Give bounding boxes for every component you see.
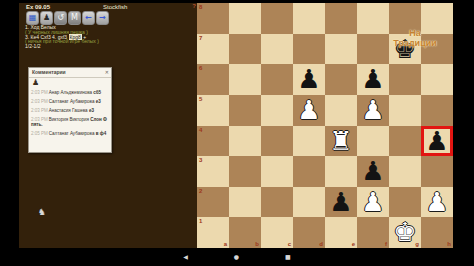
- black-pawn[interactable]: ♟: [357, 64, 389, 95]
- square-a8[interactable]: 8: [197, 3, 229, 34]
- square-f2[interactable]: ♟: [357, 187, 389, 218]
- square-e6[interactable]: [325, 64, 357, 95]
- square-a4[interactable]: 4: [197, 126, 229, 157]
- square-d6[interactable]: ♟: [293, 64, 325, 95]
- comment-item: 2:03 PMАнастасия Гашева е3: [31, 108, 109, 113]
- white-rook[interactable]: ♜: [325, 126, 357, 157]
- square-d1[interactable]: d: [293, 217, 325, 248]
- square-g3[interactable]: [389, 156, 421, 187]
- white-pawn[interactable]: ♟: [357, 187, 389, 218]
- black-pawn[interactable]: ♟: [421, 126, 453, 157]
- comment-author: Салтанат Аубакирова: [49, 131, 96, 136]
- prev-move-button[interactable]: ←: [82, 11, 95, 25]
- rank-label-2: 2: [199, 188, 202, 194]
- rank-label-5: 5: [199, 96, 202, 102]
- android-navbar: ◀ ● ■: [0, 248, 474, 266]
- square-c8[interactable]: [261, 3, 293, 34]
- square-d5[interactable]: ♟: [293, 95, 325, 126]
- square-a5[interactable]: 5: [197, 95, 229, 126]
- move-line[interactable]: 1/2-1/2: [25, 44, 193, 49]
- moves-list[interactable]: 1. Ход Белых( У черных лишняя пешка )3. …: [25, 25, 193, 49]
- square-h6[interactable]: [421, 64, 453, 95]
- square-h4[interactable]: ♟: [421, 126, 453, 157]
- comments-panel: Комментарии ✕ ♟ 2:03 PMАнар Альджеминова…: [28, 67, 112, 153]
- white-pawn[interactable]: ♟: [421, 187, 453, 218]
- flip-board-button[interactable]: ↺: [54, 11, 67, 25]
- comment-author: Салтанат Аубакирова: [49, 99, 96, 104]
- file-label-b: b: [255, 241, 259, 247]
- comment-time: 2:03 PM: [31, 99, 48, 104]
- watermark-line2: Традиции: [376, 38, 454, 48]
- square-h5[interactable]: [421, 95, 453, 126]
- square-c1[interactable]: c: [261, 217, 293, 248]
- square-h2[interactable]: ♟: [421, 187, 453, 218]
- comment-item: 2:05 PMСалтанат Аубакирова в ф4: [31, 131, 109, 136]
- recents-icon[interactable]: ■: [285, 254, 291, 260]
- analysis-panel: Ex 09.05 Stockfish ? ▦♟↺M←→ 1. Ход Белых…: [19, 3, 197, 248]
- file-label-h: h: [447, 241, 451, 247]
- square-e3[interactable]: [325, 156, 357, 187]
- square-b4[interactable]: [229, 126, 261, 157]
- white-pawn[interactable]: ♟: [357, 95, 389, 126]
- square-e8[interactable]: [325, 3, 357, 34]
- help-icon[interactable]: ?: [192, 3, 196, 9]
- square-c3[interactable]: [261, 156, 293, 187]
- square-b2[interactable]: [229, 187, 261, 218]
- watermark-line1: На: [376, 28, 454, 38]
- file-label-e: e: [352, 241, 355, 247]
- comments-title: Комментарии: [32, 69, 66, 75]
- square-a6[interactable]: 6: [197, 64, 229, 95]
- setup-board-button[interactable]: ▦: [26, 11, 39, 25]
- rank-label-3: 3: [199, 157, 202, 163]
- file-label-a: a: [224, 241, 227, 247]
- file-label-g: g: [415, 241, 419, 247]
- comment-time: 2:03 PM: [31, 108, 48, 113]
- square-e7[interactable]: [325, 34, 357, 65]
- square-e4[interactable]: ♜: [325, 126, 357, 157]
- rank-label-7: 7: [199, 35, 202, 41]
- comment-author: Анастасия Гашева: [49, 108, 89, 113]
- file-label-c: c: [288, 241, 291, 247]
- exercise-title: Ex 09.05: [26, 4, 50, 10]
- black-pawn[interactable]: ♟: [293, 64, 325, 95]
- comment-move: е3: [96, 99, 101, 104]
- square-b7[interactable]: [229, 34, 261, 65]
- square-b3[interactable]: [229, 156, 261, 187]
- black-pawn-avatar-icon: ♟: [32, 79, 39, 87]
- square-d3[interactable]: [293, 156, 325, 187]
- square-c4[interactable]: [261, 126, 293, 157]
- engine-name: Stockfish: [103, 4, 127, 10]
- channel-watermark: На Традиции: [376, 28, 454, 48]
- square-d8[interactable]: [293, 3, 325, 34]
- square-f5[interactable]: ♟: [357, 95, 389, 126]
- square-a1[interactable]: 1a: [197, 217, 229, 248]
- black-pawn[interactable]: ♟: [357, 156, 389, 187]
- comment-move: сб5: [93, 90, 101, 95]
- next-move-button[interactable]: →: [96, 11, 109, 25]
- square-f4[interactable]: [357, 126, 389, 157]
- home-icon[interactable]: ●: [234, 254, 239, 260]
- comment-item: 2:03 PMВиктория Виктория Слон Ф пять.: [31, 117, 109, 127]
- comment-item: 2:03 PMАнар Альджеминова сб5: [31, 90, 109, 95]
- black-pawn[interactable]: ♟: [325, 187, 357, 218]
- comments-header: Комментарии ✕: [29, 68, 111, 78]
- comment-time: 2:05 PM: [31, 131, 48, 136]
- rank-label-8: 8: [199, 4, 202, 10]
- comment-author: Виктория Виктория: [49, 117, 91, 122]
- square-f3[interactable]: ♟: [357, 156, 389, 187]
- square-g5[interactable]: [389, 95, 421, 126]
- rank-label-6: 6: [199, 65, 202, 71]
- square-c5[interactable]: [261, 95, 293, 126]
- square-b8[interactable]: [229, 3, 261, 34]
- toolbar: ▦♟↺M←→: [26, 11, 109, 25]
- square-c2[interactable]: [261, 187, 293, 218]
- square-e1[interactable]: e: [325, 217, 357, 248]
- square-a3[interactable]: 3: [197, 156, 229, 187]
- square-d2[interactable]: [293, 187, 325, 218]
- comment-item: 2:03 PMСалтанат Аубакирова е3: [31, 99, 109, 104]
- square-b5[interactable]: [229, 95, 261, 126]
- file-label-f: f: [385, 241, 387, 247]
- square-d4[interactable]: [293, 126, 325, 157]
- comment-time: 2:03 PM: [31, 90, 48, 95]
- square-g4[interactable]: [389, 126, 421, 157]
- square-e5[interactable]: [325, 95, 357, 126]
- square-h3[interactable]: [421, 156, 453, 187]
- back-icon[interactable]: ◀: [183, 254, 188, 260]
- white-pawn[interactable]: ♟: [293, 95, 325, 126]
- square-a7[interactable]: 7: [197, 34, 229, 65]
- pieces-button[interactable]: ♟: [40, 11, 53, 25]
- comment-move: е3: [89, 108, 94, 113]
- square-a2[interactable]: 2: [197, 187, 229, 218]
- square-b6[interactable]: [229, 64, 261, 95]
- square-g2[interactable]: [389, 187, 421, 218]
- close-icon[interactable]: ✕: [105, 69, 109, 75]
- chess-app-window: Ex 09.05 Stockfish ? ▦♟↺M←→ 1. Ход Белых…: [19, 3, 453, 248]
- square-h1[interactable]: h: [421, 217, 453, 248]
- square-d7[interactable]: [293, 34, 325, 65]
- square-f6[interactable]: ♟: [357, 64, 389, 95]
- square-b1[interactable]: b: [229, 217, 261, 248]
- title-bar: Ex 09.05 Stockfish ?: [19, 3, 197, 11]
- square-e2[interactable]: ♟: [325, 187, 357, 218]
- square-c6[interactable]: [261, 64, 293, 95]
- comment-move: в ф4: [96, 131, 106, 136]
- square-c7[interactable]: [261, 34, 293, 65]
- file-label-d: d: [319, 241, 323, 247]
- square-g1[interactable]: ♚g: [389, 217, 421, 248]
- square-g6[interactable]: [389, 64, 421, 95]
- comment-author: Анар Альджеминова: [49, 90, 94, 95]
- rank-label-1: 1: [199, 218, 202, 224]
- knight-icon: ♞: [38, 208, 46, 217]
- square-f1[interactable]: f: [357, 217, 389, 248]
- rank-label-4: 4: [199, 127, 202, 133]
- comments-list[interactable]: 2:03 PMАнар Альджеминова сб52:03 PMСалта…: [31, 90, 109, 140]
- engine-mode-button[interactable]: M: [68, 11, 81, 25]
